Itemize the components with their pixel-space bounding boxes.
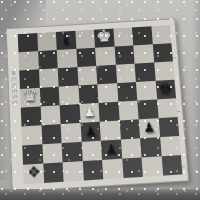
square-r3c2[interactable] xyxy=(38,68,58,88)
square-r7c3[interactable] xyxy=(62,142,83,162)
square-r4c2[interactable] xyxy=(39,87,59,107)
border-crease-mark xyxy=(177,111,180,112)
square-r5c8[interactable] xyxy=(157,98,178,118)
board-grid: ♝♚♛♚♟♟♟♟ xyxy=(18,25,183,184)
square-r4c8[interactable]: ♚ xyxy=(155,80,176,100)
square-r2c6[interactable] xyxy=(114,45,134,64)
black-king[interactable]: ♚ xyxy=(157,79,173,97)
square-r3c3[interactable] xyxy=(58,67,78,87)
square-r7c8[interactable] xyxy=(160,136,181,156)
square-r3c6[interactable] xyxy=(115,64,136,84)
square-r4c7[interactable] xyxy=(136,81,157,101)
black-pawn[interactable]: ♟ xyxy=(84,123,96,137)
square-r8c6[interactable] xyxy=(122,157,143,178)
square-r8c5[interactable] xyxy=(102,159,123,180)
square-r4c3[interactable] xyxy=(59,86,79,106)
white-pawn[interactable]: ♟ xyxy=(83,105,95,119)
square-r4c1[interactable]: ♛ xyxy=(20,88,40,108)
square-r5c1[interactable] xyxy=(21,106,41,126)
square-r7c2[interactable] xyxy=(42,143,63,163)
board-brand-text: CHESS xyxy=(10,77,19,106)
square-r6c4[interactable]: ♟ xyxy=(80,122,101,142)
chess-board: ♛CHESS ♝♚♛♚♟♟♟♟ ❖ xyxy=(6,18,189,192)
black-pawn[interactable]: ♟ xyxy=(105,141,118,155)
square-r6c5[interactable] xyxy=(100,121,121,141)
square-r2c4[interactable] xyxy=(76,48,96,67)
square-r2c1[interactable] xyxy=(18,51,38,70)
square-r1c4[interactable] xyxy=(75,30,95,49)
white-king[interactable]: ♚ xyxy=(96,28,112,45)
square-r7c5[interactable]: ♟ xyxy=(101,140,122,160)
square-r4c6[interactable] xyxy=(117,82,138,102)
square-r7c4[interactable] xyxy=(81,141,102,161)
square-r1c2[interactable] xyxy=(37,32,57,51)
square-r2c7[interactable] xyxy=(133,44,154,63)
square-r6c7[interactable]: ♟ xyxy=(139,118,160,138)
square-r2c2[interactable] xyxy=(38,50,58,69)
black-pawn[interactable]: ♟ xyxy=(143,120,156,134)
background-shadow-right xyxy=(192,0,200,200)
square-r8c4[interactable] xyxy=(82,160,103,181)
square-r5c7[interactable] xyxy=(137,99,158,119)
square-r4c4[interactable] xyxy=(78,84,98,104)
square-r8c3[interactable] xyxy=(63,161,84,182)
square-r6c3[interactable] xyxy=(61,123,82,143)
square-r7c7[interactable] xyxy=(140,137,161,157)
square-r1c7[interactable] xyxy=(132,26,152,45)
square-r3c5[interactable] xyxy=(96,65,116,85)
square-r7c6[interactable] xyxy=(120,138,141,158)
square-r1c1[interactable] xyxy=(18,33,38,52)
square-r1c8[interactable] xyxy=(151,25,171,44)
square-r5c4[interactable]: ♟ xyxy=(79,103,100,123)
square-r3c4[interactable] xyxy=(77,66,97,86)
square-r2c3[interactable] xyxy=(57,49,77,68)
square-r4c5[interactable] xyxy=(97,83,118,103)
square-r8c7[interactable] xyxy=(141,156,162,177)
square-r6c8[interactable] xyxy=(158,117,179,137)
square-r2c8[interactable] xyxy=(152,43,173,62)
black-bishop[interactable]: ♝ xyxy=(59,31,73,46)
square-r6c6[interactable] xyxy=(119,119,140,139)
corner-emblem-icon: ❖ xyxy=(24,161,44,182)
square-r6c2[interactable] xyxy=(41,124,62,144)
square-r3c7[interactable] xyxy=(135,62,156,82)
square-r2c5[interactable] xyxy=(95,47,115,66)
board-brand-label: ♛CHESS xyxy=(9,69,18,106)
square-r5c2[interactable] xyxy=(40,105,60,125)
square-r1c6[interactable] xyxy=(113,27,133,46)
square-r6c1[interactable] xyxy=(21,125,41,145)
square-r1c3[interactable]: ♝ xyxy=(56,31,76,50)
square-r5c5[interactable] xyxy=(98,102,119,122)
square-r8c2[interactable] xyxy=(43,162,64,183)
border-crease-mark xyxy=(182,166,185,167)
square-r5c6[interactable] xyxy=(118,101,139,121)
white-queen[interactable]: ♛ xyxy=(22,87,38,105)
background-shadow-bottom xyxy=(0,189,200,200)
square-r5c3[interactable] xyxy=(60,104,81,124)
border-crease-mark xyxy=(173,57,176,58)
square-r8c8[interactable] xyxy=(161,155,182,176)
chessboard-photo: ♛CHESS ♝♚♛♚♟♟♟♟ ❖ xyxy=(0,0,200,200)
square-r1c5[interactable]: ♚ xyxy=(94,29,114,48)
